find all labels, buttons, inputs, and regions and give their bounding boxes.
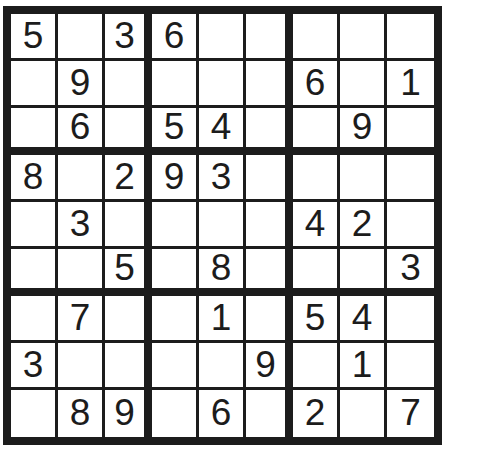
cell-r9c5[interactable]: 6 (199, 390, 246, 437)
cell-r5c2[interactable]: 3 (58, 202, 105, 249)
given-digit: 7 (70, 299, 91, 336)
cell-r4c3[interactable]: 2 (105, 155, 152, 202)
cell-r9c2[interactable]: 8 (58, 390, 105, 437)
cell-r1c4[interactable]: 6 (152, 14, 199, 61)
cell-r3c9[interactable] (387, 108, 434, 155)
given-digit: 3 (114, 17, 135, 54)
cell-r1c2[interactable] (58, 14, 105, 61)
cell-r8c8[interactable]: 1 (340, 343, 387, 390)
cell-r5c1[interactable] (11, 202, 58, 249)
given-digit: 3 (400, 249, 421, 286)
given-digit: 2 (352, 205, 373, 242)
cell-r8c5[interactable] (199, 343, 246, 390)
cell-r5c8[interactable]: 2 (340, 202, 387, 249)
given-digit: 5 (23, 17, 44, 54)
cell-r2c1[interactable] (11, 61, 58, 108)
cell-r4c6[interactable] (246, 155, 293, 202)
cell-r7c1[interactable] (11, 296, 58, 343)
cell-r9c7[interactable]: 2 (293, 390, 340, 437)
cell-r6c1[interactable] (11, 249, 58, 296)
cell-r3c7[interactable] (293, 108, 340, 155)
cell-r1c5[interactable] (199, 14, 246, 61)
given-digit: 9 (164, 158, 185, 195)
given-digit: 5 (305, 299, 326, 336)
page: 53696165498293342583715439189627 (0, 0, 477, 476)
cell-r3c4[interactable]: 5 (152, 108, 199, 155)
cell-r6c7[interactable] (293, 249, 340, 296)
cell-r6c5[interactable]: 8 (199, 249, 246, 296)
cell-r5c3[interactable] (105, 202, 152, 249)
cell-r9c1[interactable] (11, 390, 58, 437)
cell-r6c3[interactable]: 5 (105, 249, 152, 296)
cell-r2c9[interactable]: 1 (387, 61, 434, 108)
cell-r8c6[interactable]: 9 (246, 343, 293, 390)
given-digit: 5 (114, 249, 135, 286)
cell-r9c6[interactable] (246, 390, 293, 437)
given-digit: 9 (255, 346, 276, 383)
cell-r9c8[interactable] (340, 390, 387, 437)
cell-r2c4[interactable] (152, 61, 199, 108)
cell-r3c6[interactable] (246, 108, 293, 155)
cell-r2c7[interactable]: 6 (293, 61, 340, 108)
cell-r2c6[interactable] (246, 61, 293, 108)
cell-r9c4[interactable] (152, 390, 199, 437)
cell-r5c4[interactable] (152, 202, 199, 249)
cell-r3c2[interactable]: 6 (58, 108, 105, 155)
given-digit: 3 (70, 205, 91, 242)
given-digit: 1 (400, 64, 421, 101)
given-digit: 3 (23, 346, 44, 383)
given-digit: 4 (305, 205, 326, 242)
given-digit: 1 (352, 346, 373, 383)
cell-r5c6[interactable] (246, 202, 293, 249)
cell-r6c8[interactable] (340, 249, 387, 296)
given-digit: 9 (70, 64, 91, 101)
cell-r8c3[interactable] (105, 343, 152, 390)
cell-r3c3[interactable] (105, 108, 152, 155)
given-digit: 9 (114, 394, 135, 431)
cell-r1c6[interactable] (246, 14, 293, 61)
given-digit: 6 (211, 394, 232, 431)
cell-r1c9[interactable] (387, 14, 434, 61)
cell-r5c5[interactable] (199, 202, 246, 249)
cell-r6c2[interactable] (58, 249, 105, 296)
cell-r3c5[interactable]: 4 (199, 108, 246, 155)
cell-r7c3[interactable] (105, 296, 152, 343)
given-digit: 5 (164, 108, 185, 145)
cell-r4c2[interactable] (58, 155, 105, 202)
cell-r7c8[interactable]: 4 (340, 296, 387, 343)
given-digit: 6 (70, 108, 91, 145)
cell-r4c4[interactable]: 9 (152, 155, 199, 202)
cell-r8c1[interactable]: 3 (11, 343, 58, 390)
cell-r2c2[interactable]: 9 (58, 61, 105, 108)
cell-r7c6[interactable] (246, 296, 293, 343)
cell-r1c7[interactable] (293, 14, 340, 61)
given-digit: 1 (211, 299, 232, 336)
cell-r5c7[interactable]: 4 (293, 202, 340, 249)
cell-r3c1[interactable] (11, 108, 58, 155)
given-digit: 2 (305, 394, 326, 431)
given-digit: 8 (211, 249, 232, 286)
cell-r3c8[interactable]: 9 (340, 108, 387, 155)
cell-r9c9[interactable]: 7 (387, 390, 434, 437)
cell-r4c5[interactable]: 3 (199, 155, 246, 202)
given-digit: 3 (211, 158, 232, 195)
cell-r4c1[interactable]: 8 (11, 155, 58, 202)
cell-r7c7[interactable]: 5 (293, 296, 340, 343)
cell-r1c8[interactable] (340, 14, 387, 61)
cell-r1c3[interactable]: 3 (105, 14, 152, 61)
given-digit: 4 (211, 108, 232, 145)
cell-r8c9[interactable] (387, 343, 434, 390)
given-digit: 9 (352, 108, 373, 145)
cell-r7c5[interactable]: 1 (199, 296, 246, 343)
given-digit: 4 (352, 299, 373, 336)
cell-r8c4[interactable] (152, 343, 199, 390)
cell-r4c8[interactable] (340, 155, 387, 202)
cell-r8c7[interactable] (293, 343, 340, 390)
given-digit: 8 (70, 394, 91, 431)
cell-r5c9[interactable] (387, 202, 434, 249)
cell-r4c7[interactable] (293, 155, 340, 202)
cell-r2c3[interactable] (105, 61, 152, 108)
given-digit: 7 (400, 394, 421, 431)
cell-r6c9[interactable]: 3 (387, 249, 434, 296)
cell-r6c6[interactable] (246, 249, 293, 296)
cell-r2c8[interactable] (340, 61, 387, 108)
cell-r7c4[interactable] (152, 296, 199, 343)
cell-r1c1[interactable]: 5 (11, 14, 58, 61)
cell-r9c3[interactable]: 9 (105, 390, 152, 437)
cell-r2c5[interactable] (199, 61, 246, 108)
given-digit: 6 (164, 17, 185, 54)
cell-r7c2[interactable]: 7 (58, 296, 105, 343)
given-digit: 2 (114, 158, 135, 195)
cell-r6c4[interactable] (152, 249, 199, 296)
cell-r7c9[interactable] (387, 296, 434, 343)
cell-r4c9[interactable] (387, 155, 434, 202)
cell-r8c2[interactable] (58, 343, 105, 390)
given-digit: 8 (23, 158, 44, 195)
sudoku-board: 53696165498293342583715439189627 (3, 6, 442, 445)
given-digit: 6 (305, 64, 326, 101)
